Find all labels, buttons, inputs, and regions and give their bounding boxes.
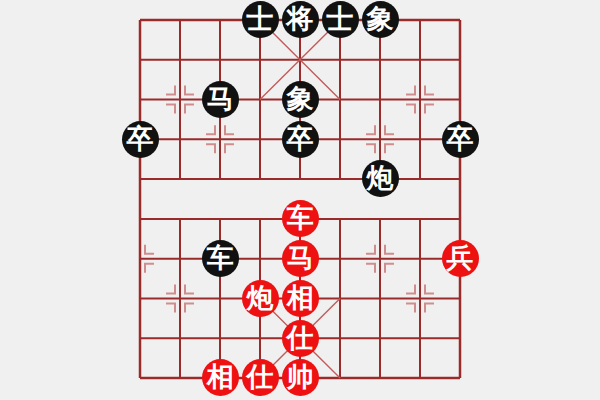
point-e7[interactable]: 相: [280, 278, 320, 318]
point-e5[interactable]: 车: [280, 199, 320, 239]
point-d6[interactable]: [240, 239, 280, 279]
point-f1[interactable]: [320, 40, 360, 80]
piece-glyph: 兵: [447, 244, 474, 271]
point-f4[interactable]: [320, 159, 360, 199]
point-b7[interactable]: [160, 278, 200, 318]
point-d2[interactable]: [240, 80, 280, 120]
piece-glyph: 帅: [287, 363, 314, 390]
piece-r-ju[interactable]: 车: [282, 200, 319, 237]
point-c7[interactable]: [200, 278, 240, 318]
piece-glyph: 象: [367, 5, 394, 32]
point-a4[interactable]: [120, 159, 160, 199]
piece-glyph: 马: [207, 85, 234, 112]
point-d9[interactable]: 仕: [240, 358, 280, 398]
point-f3[interactable]: [320, 119, 360, 159]
piece-b-zu[interactable]: 卒: [442, 121, 479, 158]
xiangqi-board: 士将士象马象卒卒卒炮车车马兵炮相仕相仕帅: [0, 0, 600, 400]
point-i0[interactable]: [440, 0, 480, 40]
point-g8[interactable]: [360, 318, 400, 358]
point-a9[interactable]: [120, 358, 160, 398]
piece-b-jiang[interactable]: 将: [282, 1, 319, 38]
point-c6[interactable]: 车: [200, 239, 240, 279]
point-h6[interactable]: [400, 239, 440, 279]
piece-glyph: 卒: [127, 125, 154, 152]
point-c0[interactable]: [200, 0, 240, 40]
point-b2[interactable]: [160, 80, 200, 120]
point-h3[interactable]: [400, 119, 440, 159]
point-g2[interactable]: [360, 80, 400, 120]
piece-glyph: 将: [287, 5, 314, 32]
piece-r-xiang[interactable]: 相: [282, 280, 319, 317]
piece-r-pao[interactable]: 炮: [242, 280, 279, 317]
point-c8[interactable]: [200, 318, 240, 358]
point-a8[interactable]: [120, 318, 160, 358]
point-g3[interactable]: [360, 119, 400, 159]
point-i5[interactable]: [440, 199, 480, 239]
point-h7[interactable]: [400, 278, 440, 318]
point-f0[interactable]: 士: [320, 0, 360, 40]
point-a6[interactable]: [120, 239, 160, 279]
point-g7[interactable]: [360, 278, 400, 318]
point-e6[interactable]: 马: [280, 239, 320, 279]
point-g9[interactable]: [360, 358, 400, 398]
piece-b-xiang[interactable]: 象: [282, 81, 319, 118]
point-h1[interactable]: [400, 40, 440, 80]
point-h4[interactable]: [400, 159, 440, 199]
piece-glyph: 卒: [287, 125, 314, 152]
piece-glyph: 仕: [287, 324, 314, 351]
point-e3[interactable]: 卒: [280, 119, 320, 159]
point-d4[interactable]: [240, 159, 280, 199]
point-c1[interactable]: [200, 40, 240, 80]
point-f6[interactable]: [320, 239, 360, 279]
point-f8[interactable]: [320, 318, 360, 358]
piece-glyph: 卒: [447, 125, 474, 152]
point-i3[interactable]: 卒: [440, 119, 480, 159]
point-b5[interactable]: [160, 199, 200, 239]
piece-glyph: 士: [247, 5, 274, 32]
piece-glyph: 相: [287, 284, 314, 311]
piece-b-xiang[interactable]: 象: [362, 1, 399, 38]
point-f9[interactable]: [320, 358, 360, 398]
piece-b-shi[interactable]: 士: [242, 1, 279, 38]
point-b9[interactable]: [160, 358, 200, 398]
point-h8[interactable]: [400, 318, 440, 358]
point-d0[interactable]: 士: [240, 0, 280, 40]
piece-r-shi[interactable]: 仕: [242, 359, 279, 396]
point-e1[interactable]: [280, 40, 320, 80]
piece-r-xiang[interactable]: 相: [202, 359, 239, 396]
board-grid: 士将士象马象卒卒卒炮车车马兵炮相仕相仕帅: [120, 0, 480, 398]
piece-b-shi[interactable]: 士: [322, 1, 359, 38]
point-b6[interactable]: [160, 239, 200, 279]
point-f7[interactable]: [320, 278, 360, 318]
point-d7[interactable]: 炮: [240, 278, 280, 318]
point-i1[interactable]: [440, 40, 480, 80]
point-i2[interactable]: [440, 80, 480, 120]
point-h5[interactable]: [400, 199, 440, 239]
point-g1[interactable]: [360, 40, 400, 80]
piece-b-ju[interactable]: 车: [202, 240, 239, 277]
point-b8[interactable]: [160, 318, 200, 358]
piece-b-zu[interactable]: 卒: [122, 121, 159, 158]
point-g6[interactable]: [360, 239, 400, 279]
point-d3[interactable]: [240, 119, 280, 159]
piece-glyph: 车: [287, 204, 314, 231]
point-e4[interactable]: [280, 159, 320, 199]
piece-glyph: 马: [287, 244, 314, 271]
point-i7[interactable]: [440, 278, 480, 318]
point-a2[interactable]: [120, 80, 160, 120]
piece-glyph: 炮: [247, 284, 274, 311]
point-e8[interactable]: 仕: [280, 318, 320, 358]
point-d8[interactable]: [240, 318, 280, 358]
point-i9[interactable]: [440, 358, 480, 398]
piece-b-zu[interactable]: 卒: [282, 121, 319, 158]
piece-r-shuai[interactable]: 帅: [282, 359, 319, 396]
point-c2[interactable]: 马: [200, 80, 240, 120]
point-h9[interactable]: [400, 358, 440, 398]
point-c3[interactable]: [200, 119, 240, 159]
point-c9[interactable]: 相: [200, 358, 240, 398]
piece-glyph: 士: [327, 5, 354, 32]
piece-glyph: 象: [287, 85, 314, 112]
point-a7[interactable]: [120, 278, 160, 318]
point-a3[interactable]: 卒: [120, 119, 160, 159]
point-e9[interactable]: 帅: [280, 358, 320, 398]
point-d5[interactable]: [240, 199, 280, 239]
piece-r-bing[interactable]: 兵: [442, 240, 479, 277]
point-e0[interactable]: 将: [280, 0, 320, 40]
point-g4[interactable]: 炮: [360, 159, 400, 199]
point-a1[interactable]: [120, 40, 160, 80]
point-h0[interactable]: [400, 0, 440, 40]
point-h2[interactable]: [400, 80, 440, 120]
point-c5[interactable]: [200, 199, 240, 239]
point-g5[interactable]: [360, 199, 400, 239]
point-d1[interactable]: [240, 40, 280, 80]
point-a5[interactable]: [120, 199, 160, 239]
point-i8[interactable]: [440, 318, 480, 358]
piece-b-pao[interactable]: 炮: [362, 160, 399, 197]
piece-r-ma[interactable]: 马: [282, 240, 319, 277]
point-c4[interactable]: [200, 159, 240, 199]
piece-b-ma[interactable]: 马: [202, 81, 239, 118]
point-b1[interactable]: [160, 40, 200, 80]
point-b3[interactable]: [160, 119, 200, 159]
piece-glyph: 车: [207, 244, 234, 271]
point-f5[interactable]: [320, 199, 360, 239]
piece-glyph: 炮: [367, 164, 394, 191]
point-g0[interactable]: 象: [360, 0, 400, 40]
piece-r-shi[interactable]: 仕: [282, 320, 319, 357]
point-b0[interactable]: [160, 0, 200, 40]
piece-glyph: 相: [207, 363, 234, 390]
point-b4[interactable]: [160, 159, 200, 199]
point-f2[interactable]: [320, 80, 360, 120]
point-a0[interactable]: [120, 0, 160, 40]
piece-glyph: 仕: [247, 363, 274, 390]
point-e2[interactable]: 象: [280, 80, 320, 120]
point-i6[interactable]: 兵: [440, 239, 480, 279]
point-i4[interactable]: [440, 159, 480, 199]
